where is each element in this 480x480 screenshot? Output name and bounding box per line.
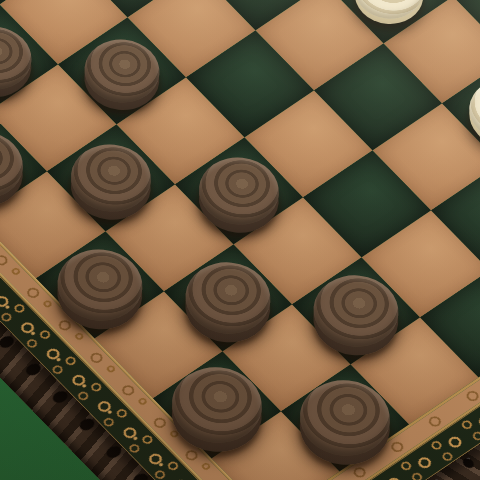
board-photo-scene [0, 0, 480, 480]
table-felt: { "game": "checkers (draughts)", "scene"… [0, 0, 480, 480]
checkers-board [0, 0, 480, 480]
